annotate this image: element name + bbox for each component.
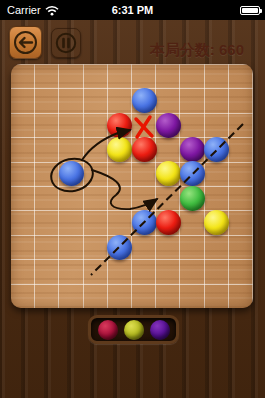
- game-screen: Carrier 6:31 PM 本局分数: 660: [0, 0, 265, 398]
- red-ball[interactable]: [132, 137, 157, 162]
- back-arrow-icon: [12, 29, 39, 56]
- yellow-ball[interactable]: [156, 161, 181, 186]
- blue-ball[interactable]: [132, 88, 157, 113]
- score-display: 本局分数: 660: [150, 41, 244, 60]
- purple-ball[interactable]: [156, 113, 181, 138]
- score-label: 本局分数:: [150, 41, 215, 58]
- blue-ball[interactable]: [107, 235, 132, 260]
- pause-icon: [54, 31, 78, 55]
- blue-ball[interactable]: [132, 210, 157, 235]
- next-purple-ball: [150, 320, 170, 340]
- battery-icon: [240, 6, 260, 15]
- next-yellow-ball: [124, 320, 144, 340]
- purple-ball[interactable]: [180, 137, 205, 162]
- back-button[interactable]: [9, 26, 42, 59]
- pause-button[interactable]: [51, 28, 81, 58]
- red-ball[interactable]: [107, 113, 132, 138]
- next-balls-tray: [88, 315, 179, 344]
- status-bar: Carrier 6:31 PM: [0, 0, 265, 20]
- red-ball[interactable]: [156, 210, 181, 235]
- next-red-ball: [98, 320, 118, 340]
- green-ball[interactable]: [180, 186, 205, 211]
- clock: 6:31 PM: [0, 4, 265, 16]
- blue-ball[interactable]: [204, 137, 229, 162]
- score-value: 660: [219, 41, 244, 58]
